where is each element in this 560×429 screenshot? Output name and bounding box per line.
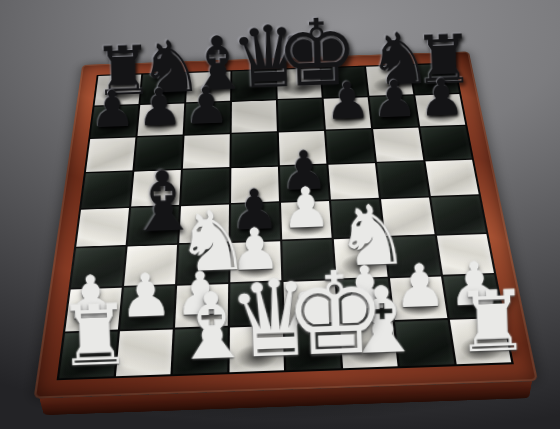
square-a4[interactable] bbox=[76, 208, 129, 247]
square-c7[interactable]: ♟ bbox=[185, 102, 231, 135]
square-h5[interactable] bbox=[425, 160, 478, 196]
chess-scene: ♜♞♝♛♚♞♜♟♟♟♟♟♟♟♝♟♟♞♟♞♟♟♟♟♟♟♜♝♛♚♝♜ bbox=[0, 0, 560, 429]
square-d8[interactable]: ♛ bbox=[232, 70, 276, 101]
board-wooden-frame: ♜♞♝♛♚♞♜♟♟♟♟♟♟♟♝♟♟♞♟♞♟♟♟♟♟♟♜♝♛♚♝♜ bbox=[34, 51, 538, 398]
square-h1[interactable]: ♜ bbox=[450, 318, 511, 364]
square-c1[interactable]: ♝ bbox=[173, 328, 228, 375]
white-rook-h1[interactable]: ♜ bbox=[454, 279, 511, 364]
square-e4[interactable]: ♟ bbox=[281, 201, 332, 239]
chess-board-squares: ♜♞♝♛♚♞♜♟♟♟♟♟♟♟♝♟♟♞♟♞♟♟♟♟♟♟♜♝♛♚♝♜ bbox=[57, 62, 514, 380]
white-bishop-c1[interactable]: ♝ bbox=[170, 282, 228, 375]
square-d6[interactable] bbox=[231, 133, 278, 167]
square-h7[interactable]: ♟ bbox=[415, 94, 465, 126]
black-pawn-f7[interactable]: ♟ bbox=[324, 75, 371, 127]
square-g6[interactable] bbox=[373, 128, 423, 162]
white-rook-a1[interactable]: ♜ bbox=[56, 293, 113, 378]
black-king-e8[interactable]: ♚ bbox=[275, 8, 322, 101]
square-f7[interactable]: ♟ bbox=[324, 97, 371, 129]
square-d1[interactable]: ♛ bbox=[230, 326, 285, 373]
black-queen-d8[interactable]: ♛ bbox=[229, 15, 276, 102]
square-e8[interactable]: ♚ bbox=[277, 68, 322, 99]
white-pawn-e4[interactable]: ♟ bbox=[280, 180, 331, 237]
black-pawn-g7[interactable]: ♟ bbox=[371, 74, 418, 126]
white-queen-d1[interactable]: ♛ bbox=[226, 267, 284, 375]
square-e7[interactable] bbox=[278, 99, 324, 131]
square-e1[interactable]: ♚ bbox=[285, 324, 341, 370]
square-d7[interactable] bbox=[232, 100, 277, 132]
black-pawn-b7[interactable]: ♟ bbox=[136, 82, 183, 134]
square-f6[interactable] bbox=[326, 129, 375, 163]
square-b7[interactable]: ♟ bbox=[137, 104, 184, 137]
black-pawn-c7[interactable]: ♟ bbox=[183, 80, 230, 132]
square-a7[interactable]: ♟ bbox=[90, 105, 138, 138]
square-h6[interactable] bbox=[420, 126, 472, 160]
black-pawn-a7[interactable]: ♟ bbox=[89, 83, 136, 135]
square-b4[interactable]: ♝ bbox=[128, 206, 179, 245]
black-bishop-b4[interactable]: ♝ bbox=[125, 161, 177, 245]
square-a1[interactable]: ♜ bbox=[59, 331, 118, 378]
white-king-e1[interactable]: ♚ bbox=[282, 257, 341, 373]
square-g7[interactable]: ♟ bbox=[369, 96, 418, 128]
chess-board[interactable]: ♜♞♝♛♚♞♜♟♟♟♟♟♟♟♝♟♟♞♟♞♟♟♟♟♟♟♜♝♛♚♝♜ bbox=[34, 51, 538, 398]
square-h4[interactable] bbox=[431, 196, 486, 234]
black-pawn-h7[interactable]: ♟ bbox=[418, 72, 465, 124]
